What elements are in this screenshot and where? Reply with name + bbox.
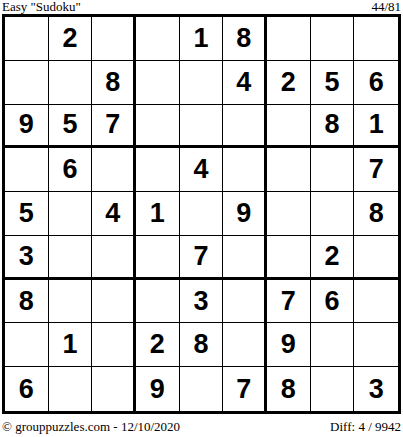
sudoku-board: 2188425695781647541983728376128969783 bbox=[2, 14, 401, 414]
cell-r4c6[interactable] bbox=[223, 148, 267, 192]
cell-r5c9: 8 bbox=[354, 192, 398, 236]
cell-r3c7[interactable] bbox=[267, 105, 311, 149]
cell-r6c2[interactable] bbox=[49, 236, 93, 280]
cell-r8c5: 8 bbox=[180, 323, 224, 367]
footer: © grouppuzzles.com - 12/10/2020 Diff: 4 … bbox=[2, 417, 401, 435]
cell-r8c8[interactable] bbox=[311, 323, 355, 367]
cell-r9c3[interactable] bbox=[92, 367, 136, 411]
cell-r6c8: 2 bbox=[311, 236, 355, 280]
cell-r3c1: 9 bbox=[5, 105, 49, 149]
cell-r2c3: 8 bbox=[92, 61, 136, 105]
cell-r6c5: 7 bbox=[180, 236, 224, 280]
cell-r7c9[interactable] bbox=[354, 280, 398, 324]
cell-r6c6[interactable] bbox=[223, 236, 267, 280]
cell-r4c8[interactable] bbox=[311, 148, 355, 192]
cell-r9c8[interactable] bbox=[311, 367, 355, 411]
cell-r1c2: 2 bbox=[49, 17, 93, 61]
cell-r3c4[interactable] bbox=[136, 105, 180, 149]
cell-r5c8[interactable] bbox=[311, 192, 355, 236]
puzzle-title: Easy "Sudoku" bbox=[2, 0, 81, 13]
cell-r5c3: 4 bbox=[92, 192, 136, 236]
cell-r6c4[interactable] bbox=[136, 236, 180, 280]
cell-r9c6: 7 bbox=[223, 367, 267, 411]
cell-r9c2[interactable] bbox=[49, 367, 93, 411]
cell-r1c3[interactable] bbox=[92, 17, 136, 61]
cell-r6c7[interactable] bbox=[267, 236, 311, 280]
cell-r4c1[interactable] bbox=[5, 148, 49, 192]
sudoku-page: Easy "Sudoku" 44/81 21884256957816475419… bbox=[0, 0, 403, 437]
cell-r2c4[interactable] bbox=[136, 61, 180, 105]
cell-r5c6: 9 bbox=[223, 192, 267, 236]
cell-r1c6: 8 bbox=[223, 17, 267, 61]
cell-r2c2[interactable] bbox=[49, 61, 93, 105]
cell-r8c4: 2 bbox=[136, 323, 180, 367]
cell-r8c6[interactable] bbox=[223, 323, 267, 367]
cell-r5c5[interactable] bbox=[180, 192, 224, 236]
cell-r3c2: 5 bbox=[49, 105, 93, 149]
cell-r2c1[interactable] bbox=[5, 61, 49, 105]
cell-r5c1: 5 bbox=[5, 192, 49, 236]
cell-r1c1[interactable] bbox=[5, 17, 49, 61]
cell-r4c5: 4 bbox=[180, 148, 224, 192]
cell-r8c7: 9 bbox=[267, 323, 311, 367]
cell-r7c4[interactable] bbox=[136, 280, 180, 324]
cell-r8c1[interactable] bbox=[5, 323, 49, 367]
cell-r7c5: 3 bbox=[180, 280, 224, 324]
cell-r5c4: 1 bbox=[136, 192, 180, 236]
cell-r1c7[interactable] bbox=[267, 17, 311, 61]
cell-r9c1: 6 bbox=[5, 367, 49, 411]
cell-r2c5[interactable] bbox=[180, 61, 224, 105]
cell-r6c9[interactable] bbox=[354, 236, 398, 280]
cell-r1c5: 1 bbox=[180, 17, 224, 61]
cell-r9c5[interactable] bbox=[180, 367, 224, 411]
cell-r8c9[interactable] bbox=[354, 323, 398, 367]
cell-r3c6[interactable] bbox=[223, 105, 267, 149]
difficulty-text: Diff: 4 / 9942 bbox=[330, 419, 401, 434]
cell-r6c1: 3 bbox=[5, 236, 49, 280]
cell-r4c9: 7 bbox=[354, 148, 398, 192]
cell-r3c8: 8 bbox=[311, 105, 355, 149]
cell-r3c5[interactable] bbox=[180, 105, 224, 149]
cell-r7c3[interactable] bbox=[92, 280, 136, 324]
cell-r3c3: 7 bbox=[92, 105, 136, 149]
cell-r1c9[interactable] bbox=[354, 17, 398, 61]
cell-r4c2: 6 bbox=[49, 148, 93, 192]
cell-r6c3[interactable] bbox=[92, 236, 136, 280]
cell-r2c9: 6 bbox=[354, 61, 398, 105]
header: Easy "Sudoku" 44/81 bbox=[2, 0, 401, 14]
copyright-text: © grouppuzzles.com - 12/10/2020 bbox=[2, 419, 180, 434]
cell-r4c7[interactable] bbox=[267, 148, 311, 192]
cell-r8c2: 1 bbox=[49, 323, 93, 367]
cell-r5c2[interactable] bbox=[49, 192, 93, 236]
cell-r2c8: 5 bbox=[311, 61, 355, 105]
cell-r7c8: 6 bbox=[311, 280, 355, 324]
cell-r2c6: 4 bbox=[223, 61, 267, 105]
cell-r3c9: 1 bbox=[354, 105, 398, 149]
cell-r5c7[interactable] bbox=[267, 192, 311, 236]
cell-r7c2[interactable] bbox=[49, 280, 93, 324]
cell-r4c4[interactable] bbox=[136, 148, 180, 192]
cell-r7c6[interactable] bbox=[223, 280, 267, 324]
cell-r9c7: 8 bbox=[267, 367, 311, 411]
cell-counter: 44/81 bbox=[371, 0, 401, 13]
cell-r4c3[interactable] bbox=[92, 148, 136, 192]
cell-r7c1: 8 bbox=[5, 280, 49, 324]
cell-r9c9: 3 bbox=[354, 367, 398, 411]
cell-r8c3[interactable] bbox=[92, 323, 136, 367]
cell-r1c4[interactable] bbox=[136, 17, 180, 61]
cell-r7c7: 7 bbox=[267, 280, 311, 324]
cell-r9c4: 9 bbox=[136, 367, 180, 411]
cell-r2c7: 2 bbox=[267, 61, 311, 105]
cell-r1c8[interactable] bbox=[311, 17, 355, 61]
